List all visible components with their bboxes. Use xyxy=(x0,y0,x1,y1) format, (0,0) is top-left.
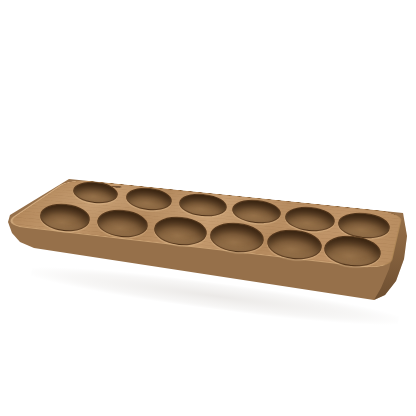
mancala-board-scene xyxy=(0,0,416,416)
pit-r1-c5[interactable] xyxy=(314,231,386,265)
